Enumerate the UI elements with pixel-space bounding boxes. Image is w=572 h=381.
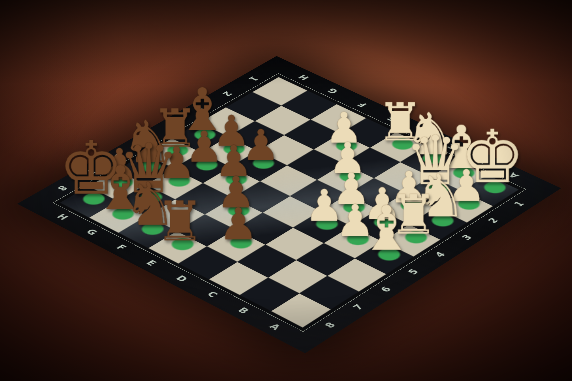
piece-white-bishop-a5[interactable]: ♝ [359, 198, 414, 260]
board-inlay-border: ♚♝♞♜♛♟♟♞♟♟♜♟♟♝♟♟♚♝♞♜♛♟♟♞♟♟♜♟♟♝♟♟ [53, 73, 527, 332]
chess-photo-stage: ABCDEFGH ABCDEFGH 87654321 87654321 ♚♝♞♜… [0, 0, 572, 381]
piece-black-rook-e8[interactable]: ♜ [155, 194, 204, 249]
piece-black-pawn-d7[interactable]: ♟ [219, 203, 258, 247]
chess-board-frame: ABCDEFGH ABCDEFGH 87654321 87654321 ♚♝♞♜… [17, 56, 561, 353]
